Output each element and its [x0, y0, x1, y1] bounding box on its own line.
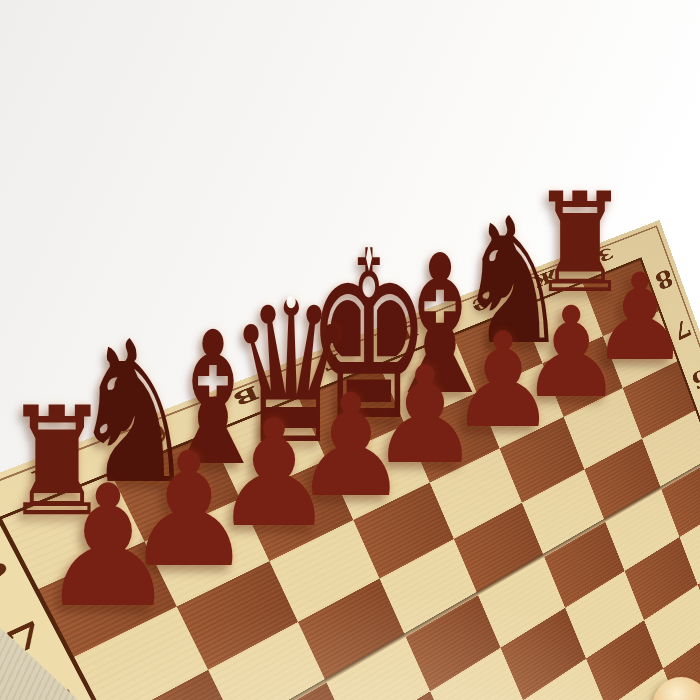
chess-set-photo: 8877665544332211ааббввггддеежжзз ♜♞♝♛♚♝♞… [0, 0, 700, 700]
piece-white-pawn-partial [653, 677, 700, 700]
pieces-layer: ♜♞♝♛♚♝♞♜♟♟♟♟♟♟♟♟ [0, 0, 700, 700]
king-white-tip [366, 242, 372, 272]
piece-pawn-a7: ♟ [39, 463, 178, 631]
queen-white-ball [286, 295, 295, 308]
